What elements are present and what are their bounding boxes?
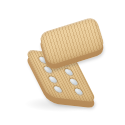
pip (68, 78, 79, 86)
lid-face (38, 16, 105, 66)
pip (63, 68, 74, 76)
product-photo-bamboo-domino-box (0, 0, 125, 125)
pip (48, 76, 59, 84)
pip (53, 86, 64, 94)
pip (73, 88, 84, 96)
